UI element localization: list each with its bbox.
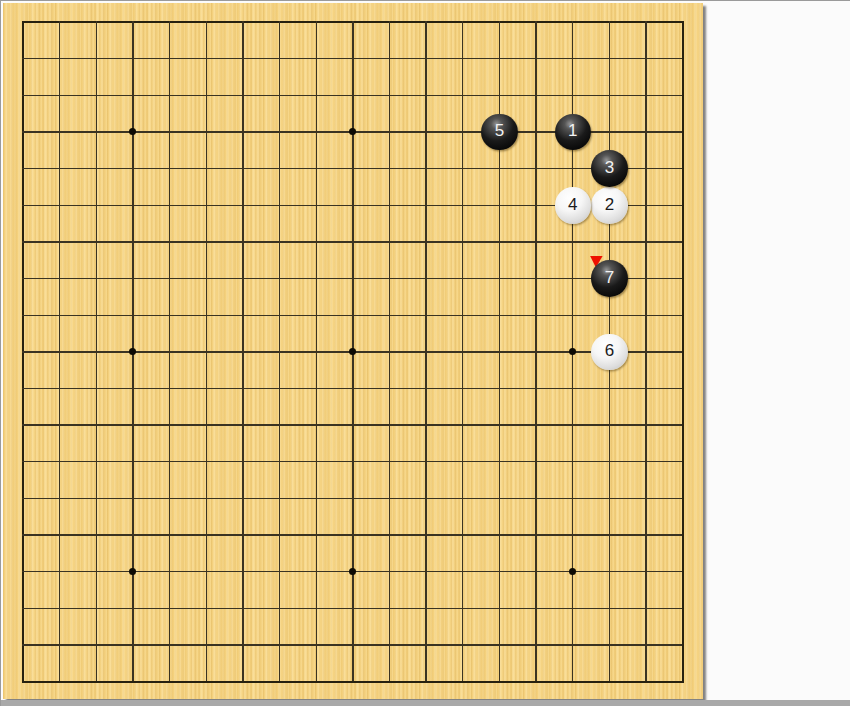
stone-white-2: 2 [591,187,628,224]
star-point [349,128,356,135]
star-point [349,568,356,575]
stone-number: 1 [568,122,577,139]
stone-number: 4 [568,196,577,213]
grid-line-vertical [425,21,426,683]
star-point [569,568,576,575]
star-point [569,348,576,355]
stone-number: 5 [495,122,504,139]
grid-line-vertical [389,21,390,683]
grid-line-horizontal [22,388,684,389]
star-point [349,348,356,355]
stone-black-3: 3 [591,150,628,187]
grid-line-horizontal [22,608,684,609]
grid-line-horizontal [22,534,684,535]
stone-number: 7 [605,269,614,286]
star-point [129,128,136,135]
stone-black-5: 5 [481,114,518,151]
star-point [129,568,136,575]
stone-white-6: 6 [591,334,628,371]
grid-line-vertical [535,21,536,683]
grid-line-vertical [682,21,684,683]
go-board[interactable]: 1234567 [3,3,703,699]
star-point [129,348,136,355]
grid-line-horizontal [22,498,684,499]
stone-number: 3 [605,159,614,176]
stone-black-1: 1 [555,114,592,151]
stone-number: 6 [605,342,614,359]
grid-line-vertical [645,21,646,683]
grid-line-horizontal [22,424,684,425]
grid-line-horizontal [22,681,684,683]
stone-white-4: 4 [555,187,592,224]
bottom-bar [1,700,850,706]
stone-number: 2 [605,196,614,213]
go-app-window: 1234567 [0,0,850,706]
stone-black-7: 7 [591,260,628,297]
grid-line-vertical [462,21,463,683]
grid-line-horizontal [22,644,684,645]
grid-line-horizontal [22,461,684,462]
